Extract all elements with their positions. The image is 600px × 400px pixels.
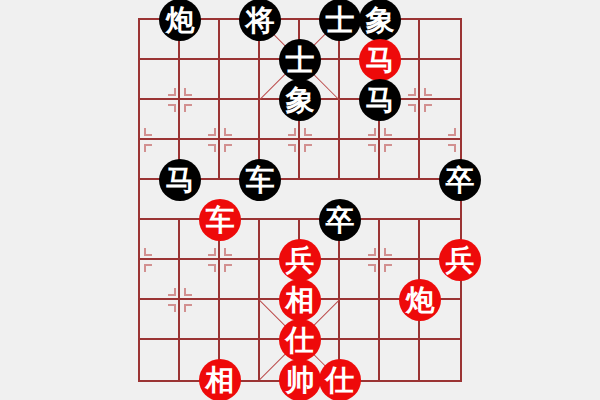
point-marker [208,264,216,272]
piece-glyph: 帅 [286,366,315,395]
point-marker [224,128,232,136]
piece-black-soldier[interactable]: 卒 [439,159,481,201]
board-cell [420,20,460,60]
piece-glyph: 马 [366,46,395,75]
piece-black-chariot[interactable]: 车 [239,159,281,201]
board-cell [220,60,260,100]
piece-glyph: 士 [286,46,315,75]
piece-glyph: 将 [246,6,275,35]
piece-red-elephant[interactable]: 相 [199,359,241,400]
point-marker [448,144,456,152]
board-cell [380,340,420,380]
piece-glyph: 炮 [406,286,435,315]
point-marker [208,128,216,136]
piece-black-advisor[interactable]: 士 [279,39,321,81]
point-marker [144,264,152,272]
point-marker [304,144,312,152]
board-cell [380,180,420,220]
xiangqi-board: 炮将士象士马象马马车卒车卒兵兵相炮仕相帅仕 [0,0,600,400]
piece-black-horse[interactable]: 马 [159,159,201,201]
piece-glyph: 士 [326,6,355,35]
point-marker [184,288,192,296]
piece-glyph: 炮 [166,6,195,35]
point-marker [168,104,176,112]
point-marker [184,88,192,96]
piece-black-elephant[interactable]: 象 [359,0,401,41]
piece-red-horse[interactable]: 马 [359,39,401,81]
point-marker [168,288,176,296]
point-marker [144,248,152,256]
board-cell [340,300,380,340]
piece-red-advisor[interactable]: 仕 [319,359,361,400]
point-marker [384,264,392,272]
point-marker [144,144,152,152]
piece-glyph: 车 [246,166,275,195]
point-marker [304,128,312,136]
piece-glyph: 兵 [446,246,475,275]
point-marker [368,144,376,152]
point-marker [168,304,176,312]
board-cell [420,340,460,380]
point-marker [368,248,376,256]
point-marker [288,128,296,136]
piece-glyph: 仕 [326,366,355,395]
point-marker [368,264,376,272]
piece-black-elephant[interactable]: 象 [279,79,321,121]
point-marker [448,128,456,136]
point-marker [384,248,392,256]
point-marker [424,88,432,96]
piece-glyph: 马 [166,166,195,195]
piece-glyph: 兵 [286,246,315,275]
point-marker [424,104,432,112]
piece-glyph: 仕 [286,326,315,355]
piece-red-general[interactable]: 帅 [279,359,321,400]
piece-black-general[interactable]: 将 [239,0,281,41]
piece-black-soldier[interactable]: 卒 [319,199,361,241]
point-marker [184,304,192,312]
point-marker [224,144,232,152]
board-cell [220,300,260,340]
piece-red-chariot[interactable]: 车 [199,199,241,241]
piece-red-soldier[interactable]: 兵 [439,239,481,281]
point-marker [288,144,296,152]
piece-glyph: 卒 [326,206,355,235]
piece-glyph: 相 [206,366,235,395]
point-marker [208,144,216,152]
point-marker [208,248,216,256]
piece-black-horse[interactable]: 马 [359,79,401,121]
piece-glyph: 相 [286,286,315,315]
point-marker [184,104,192,112]
point-marker [224,264,232,272]
point-marker [408,104,416,112]
point-marker [368,128,376,136]
piece-red-soldier[interactable]: 兵 [279,239,321,281]
piece-glyph: 象 [366,6,395,35]
piece-red-elephant[interactable]: 相 [279,279,321,321]
piece-black-cannon[interactable]: 炮 [159,0,201,41]
piece-glyph: 马 [366,86,395,115]
point-marker [168,88,176,96]
piece-black-advisor[interactable]: 士 [319,0,361,41]
piece-glyph: 车 [206,206,235,235]
piece-glyph: 象 [286,86,315,115]
point-marker [144,128,152,136]
piece-red-advisor[interactable]: 仕 [279,319,321,361]
point-marker [224,248,232,256]
piece-red-cannon[interactable]: 炮 [399,279,441,321]
point-marker [408,88,416,96]
point-marker [384,144,392,152]
point-marker [384,128,392,136]
piece-glyph: 卒 [446,166,475,195]
board-cell [140,340,180,380]
